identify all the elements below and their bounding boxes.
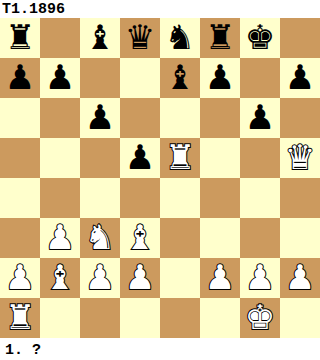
piece-white-pawn: ♟ <box>45 218 75 257</box>
square-e3[interactable] <box>160 218 200 258</box>
square-b5[interactable] <box>40 138 80 178</box>
piece-white-pawn: ♟ <box>125 258 155 297</box>
piece-black-pawn: ♟ <box>285 58 315 97</box>
square-b8[interactable] <box>40 18 80 58</box>
square-e5[interactable]: ♜ <box>160 138 200 178</box>
square-c5[interactable] <box>80 138 120 178</box>
square-a8[interactable]: ♜ <box>0 18 40 58</box>
piece-black-pawn: ♟ <box>205 58 235 97</box>
square-b1[interactable] <box>40 298 80 338</box>
square-b2[interactable]: ♝ <box>40 258 80 298</box>
square-b6[interactable] <box>40 98 80 138</box>
square-d2[interactable]: ♟ <box>120 258 160 298</box>
square-h6[interactable] <box>280 98 320 138</box>
square-d4[interactable] <box>120 178 160 218</box>
piece-white-pawn: ♟ <box>285 258 315 297</box>
square-h2[interactable]: ♟ <box>280 258 320 298</box>
square-g8[interactable]: ♚ <box>240 18 280 58</box>
square-g7[interactable] <box>240 58 280 98</box>
piece-white-bishop: ♝ <box>125 218 155 257</box>
piece-black-king: ♚ <box>245 18 275 57</box>
piece-black-pawn: ♟ <box>85 98 115 137</box>
square-h7[interactable]: ♟ <box>280 58 320 98</box>
square-h1[interactable] <box>280 298 320 338</box>
square-e4[interactable] <box>160 178 200 218</box>
square-c8[interactable]: ♝ <box>80 18 120 58</box>
square-b3[interactable]: ♟ <box>40 218 80 258</box>
piece-white-pawn: ♟ <box>5 258 35 297</box>
square-f1[interactable] <box>200 298 240 338</box>
square-g5[interactable] <box>240 138 280 178</box>
square-f2[interactable]: ♟ <box>200 258 240 298</box>
square-b4[interactable] <box>40 178 80 218</box>
piece-black-pawn: ♟ <box>5 58 35 97</box>
square-f5[interactable] <box>200 138 240 178</box>
piece-black-pawn: ♟ <box>45 58 75 97</box>
square-a2[interactable]: ♟ <box>0 258 40 298</box>
piece-white-rook: ♜ <box>5 298 35 337</box>
square-g6[interactable]: ♟ <box>240 98 280 138</box>
square-h5[interactable]: ♛ <box>280 138 320 178</box>
square-e1[interactable] <box>160 298 200 338</box>
square-h3[interactable] <box>280 218 320 258</box>
piece-white-rook: ♜ <box>165 138 195 177</box>
square-f8[interactable]: ♜ <box>200 18 240 58</box>
piece-white-king: ♚ <box>245 298 275 337</box>
piece-black-knight: ♞ <box>165 18 195 57</box>
square-a6[interactable] <box>0 98 40 138</box>
square-g3[interactable] <box>240 218 280 258</box>
piece-black-pawn: ♟ <box>245 98 275 137</box>
piece-white-bishop: ♝ <box>45 258 75 297</box>
square-a7[interactable]: ♟ <box>0 58 40 98</box>
piece-white-pawn: ♟ <box>85 258 115 297</box>
piece-white-pawn: ♟ <box>205 258 235 297</box>
piece-white-knight: ♞ <box>85 218 115 257</box>
square-e6[interactable] <box>160 98 200 138</box>
piece-black-bishop: ♝ <box>85 18 115 57</box>
square-f7[interactable]: ♟ <box>200 58 240 98</box>
square-d3[interactable]: ♝ <box>120 218 160 258</box>
piece-black-rook: ♜ <box>205 18 235 57</box>
square-a5[interactable] <box>0 138 40 178</box>
square-f4[interactable] <box>200 178 240 218</box>
piece-white-pawn: ♟ <box>245 258 275 297</box>
square-a3[interactable] <box>0 218 40 258</box>
move-prompt: 1. ? <box>0 338 320 360</box>
square-e2[interactable] <box>160 258 200 298</box>
square-c7[interactable] <box>80 58 120 98</box>
square-d1[interactable] <box>120 298 160 338</box>
square-e8[interactable]: ♞ <box>160 18 200 58</box>
piece-white-queen: ♛ <box>285 138 315 177</box>
square-h8[interactable] <box>280 18 320 58</box>
puzzle-id: T1.1896 <box>0 0 320 18</box>
piece-black-queen: ♛ <box>125 18 155 57</box>
square-g4[interactable] <box>240 178 280 218</box>
square-b7[interactable]: ♟ <box>40 58 80 98</box>
piece-black-pawn: ♟ <box>125 138 155 177</box>
square-d8[interactable]: ♛ <box>120 18 160 58</box>
square-e7[interactable]: ♝ <box>160 58 200 98</box>
square-d7[interactable] <box>120 58 160 98</box>
chess-board: ♜♝♛♞♜♚♟♟♝♟♟♟♟♟♜♛♟♞♝♟♝♟♟♟♟♟♜♚ <box>0 18 320 338</box>
square-f6[interactable] <box>200 98 240 138</box>
square-c1[interactable] <box>80 298 120 338</box>
square-g1[interactable]: ♚ <box>240 298 280 338</box>
square-d6[interactable] <box>120 98 160 138</box>
square-a1[interactable]: ♜ <box>0 298 40 338</box>
square-g2[interactable]: ♟ <box>240 258 280 298</box>
piece-black-bishop: ♝ <box>165 58 195 97</box>
square-c6[interactable]: ♟ <box>80 98 120 138</box>
square-h4[interactable] <box>280 178 320 218</box>
square-d5[interactable]: ♟ <box>120 138 160 178</box>
square-a4[interactable] <box>0 178 40 218</box>
square-f3[interactable] <box>200 218 240 258</box>
square-c3[interactable]: ♞ <box>80 218 120 258</box>
square-c4[interactable] <box>80 178 120 218</box>
square-c2[interactable]: ♟ <box>80 258 120 298</box>
piece-black-rook: ♜ <box>5 18 35 57</box>
